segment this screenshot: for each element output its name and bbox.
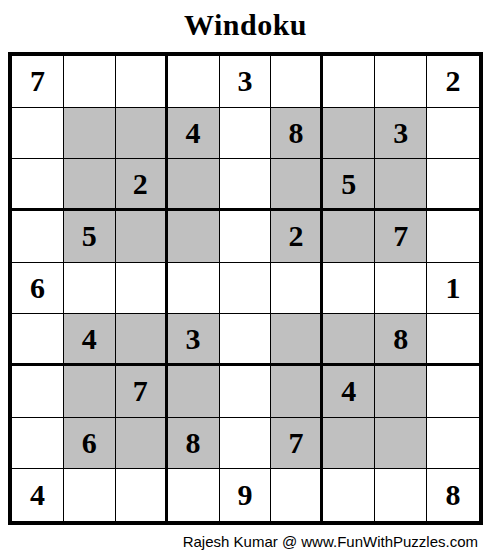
- cell-r1c8[interactable]: [375, 56, 427, 108]
- cell-r6c1[interactable]: [12, 314, 64, 366]
- cell-r9c2[interactable]: [64, 469, 116, 521]
- cell-r2c8[interactable]: 3: [375, 108, 427, 160]
- cell-r4c6[interactable]: 2: [271, 211, 323, 263]
- cell-r6c6[interactable]: [271, 314, 323, 366]
- cell-r8c4[interactable]: 8: [168, 418, 220, 470]
- cell-r3c8[interactable]: [375, 159, 427, 211]
- cell-r3c1[interactable]: [12, 159, 64, 211]
- cell-r1c7[interactable]: [323, 56, 375, 108]
- cell-r4c4[interactable]: [168, 211, 220, 263]
- cell-r5c6[interactable]: [271, 263, 323, 315]
- cell-r8c9[interactable]: [427, 418, 479, 470]
- cell-r8c8[interactable]: [375, 418, 427, 470]
- cell-r1c9[interactable]: 2: [427, 56, 479, 108]
- cell-r6c2[interactable]: 4: [64, 314, 116, 366]
- cell-r1c3[interactable]: [116, 56, 168, 108]
- cell-r4c8[interactable]: 7: [375, 211, 427, 263]
- cell-r6c8[interactable]: 8: [375, 314, 427, 366]
- cell-r4c9[interactable]: [427, 211, 479, 263]
- cell-r9c3[interactable]: [116, 469, 168, 521]
- cell-r8c7[interactable]: [323, 418, 375, 470]
- cell-r3c2[interactable]: [64, 159, 116, 211]
- cell-r5c4[interactable]: [168, 263, 220, 315]
- cell-r1c5[interactable]: 3: [220, 56, 272, 108]
- cell-r7c3[interactable]: 7: [116, 366, 168, 418]
- cell-r2c2[interactable]: [64, 108, 116, 160]
- cell-r1c4[interactable]: [168, 56, 220, 108]
- cell-r8c5[interactable]: [220, 418, 272, 470]
- cell-r9c5[interactable]: 9: [220, 469, 272, 521]
- cell-r5c1[interactable]: 6: [12, 263, 64, 315]
- cell-r3c5[interactable]: [220, 159, 272, 211]
- cell-r7c6[interactable]: [271, 366, 323, 418]
- cell-r4c2[interactable]: 5: [64, 211, 116, 263]
- cell-r9c1[interactable]: 4: [12, 469, 64, 521]
- cell-r6c7[interactable]: [323, 314, 375, 366]
- cell-r9c8[interactable]: [375, 469, 427, 521]
- cell-r4c1[interactable]: [12, 211, 64, 263]
- cell-r9c9[interactable]: 8: [427, 469, 479, 521]
- cell-r6c4[interactable]: 3: [168, 314, 220, 366]
- cell-r8c2[interactable]: 6: [64, 418, 116, 470]
- cell-r7c5[interactable]: [220, 366, 272, 418]
- cell-r2c5[interactable]: [220, 108, 272, 160]
- puzzle-title: Windoku: [0, 8, 491, 42]
- cell-r6c5[interactable]: [220, 314, 272, 366]
- cell-r2c6[interactable]: 8: [271, 108, 323, 160]
- cell-r6c9[interactable]: [427, 314, 479, 366]
- cell-r3c4[interactable]: [168, 159, 220, 211]
- cell-r5c9[interactable]: 1: [427, 263, 479, 315]
- cell-r9c4[interactable]: [168, 469, 220, 521]
- credit-text: Rajesh Kumar @ www.FunWithPuzzles.com: [183, 533, 478, 550]
- cell-r9c6[interactable]: [271, 469, 323, 521]
- cell-r7c4[interactable]: [168, 366, 220, 418]
- cell-r7c2[interactable]: [64, 366, 116, 418]
- cell-r2c1[interactable]: [12, 108, 64, 160]
- cell-r3c6[interactable]: [271, 159, 323, 211]
- cell-r5c2[interactable]: [64, 263, 116, 315]
- cell-r4c5[interactable]: [220, 211, 272, 263]
- cell-r5c3[interactable]: [116, 263, 168, 315]
- cell-r5c5[interactable]: [220, 263, 272, 315]
- cell-r9c7[interactable]: [323, 469, 375, 521]
- cell-r1c1[interactable]: 7: [12, 56, 64, 108]
- cell-r4c7[interactable]: [323, 211, 375, 263]
- cell-r1c2[interactable]: [64, 56, 116, 108]
- cell-r5c8[interactable]: [375, 263, 427, 315]
- cell-r7c7[interactable]: 4: [323, 366, 375, 418]
- cell-r8c1[interactable]: [12, 418, 64, 470]
- cell-r6c3[interactable]: [116, 314, 168, 366]
- cell-r5c7[interactable]: [323, 263, 375, 315]
- cell-r7c8[interactable]: [375, 366, 427, 418]
- cell-r2c4[interactable]: 4: [168, 108, 220, 160]
- cell-r7c1[interactable]: [12, 366, 64, 418]
- cell-r4c3[interactable]: [116, 211, 168, 263]
- cell-r8c6[interactable]: 7: [271, 418, 323, 470]
- cell-r3c7[interactable]: 5: [323, 159, 375, 211]
- cell-r2c9[interactable]: [427, 108, 479, 160]
- cell-r2c3[interactable]: [116, 108, 168, 160]
- cell-r8c3[interactable]: [116, 418, 168, 470]
- cell-r2c7[interactable]: [323, 108, 375, 160]
- cell-r3c3[interactable]: 2: [116, 159, 168, 211]
- windoku-board: 732483255276143874687498: [8, 52, 483, 525]
- cell-r1c6[interactable]: [271, 56, 323, 108]
- cell-r7c9[interactable]: [427, 366, 479, 418]
- cell-r3c9[interactable]: [427, 159, 479, 211]
